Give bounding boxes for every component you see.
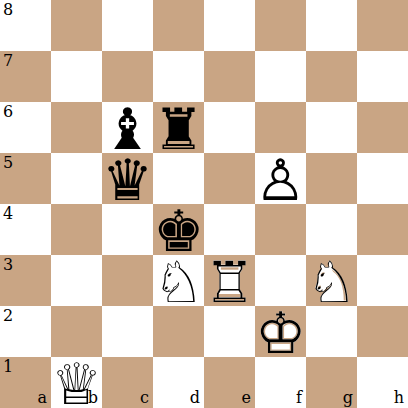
square-f8[interactable] [255,0,306,51]
white-knight-outline-layer: ♘ [153,257,204,308]
rank-label-8: 8 [3,2,13,18]
white-king-outline-layer: ♔ [255,308,306,359]
square-b3[interactable] [51,255,102,306]
piece-black-queen: ♛ [102,153,153,204]
square-e1[interactable]: e [204,357,255,408]
square-g5[interactable] [306,153,357,204]
square-d1[interactable]: d [153,357,204,408]
square-h6[interactable] [357,102,408,153]
rank-label-4: 4 [3,206,13,222]
square-b6[interactable] [51,102,102,153]
piece-white-rook: ♜♖ [204,255,255,306]
square-c5[interactable]: ♛ [102,153,153,204]
piece-white-knight: ♞♘ [306,255,357,306]
square-f5[interactable]: ♟♙ [255,153,306,204]
piece-black-king: ♚ [153,204,204,255]
square-c2[interactable] [102,306,153,357]
rank-label-3: 3 [3,257,13,273]
square-d2[interactable] [153,306,204,357]
rank-label-6: 6 [3,104,13,120]
square-a5[interactable]: 5 [0,153,51,204]
square-c4[interactable] [102,204,153,255]
square-d8[interactable] [153,0,204,51]
black-bishop-glyph: ♝ [102,104,153,155]
square-c3[interactable] [102,255,153,306]
square-b8[interactable] [51,0,102,51]
square-h7[interactable] [357,51,408,102]
file-label-c: c [140,390,149,406]
square-f3[interactable] [255,255,306,306]
file-label-g: g [343,390,353,406]
file-label-f: f [296,390,302,406]
white-pawn-fill-layer: ♟ [255,155,306,206]
square-f6[interactable] [255,102,306,153]
white-pawn-outline-layer: ♙ [255,155,306,206]
square-b5[interactable] [51,153,102,204]
piece-white-knight: ♞♘ [153,255,204,306]
square-b7[interactable] [51,51,102,102]
piece-white-queen: ♛♕ [51,357,102,408]
square-f2[interactable]: ♚♔ [255,306,306,357]
rank-label-2: 2 [3,308,13,324]
white-knight-fill-layer: ♞ [306,257,357,308]
square-h3[interactable] [357,255,408,306]
square-b4[interactable] [51,204,102,255]
black-king-glyph: ♚ [153,206,204,257]
rank-label-5: 5 [3,155,13,171]
black-queen-glyph: ♛ [102,155,153,206]
square-f4[interactable] [255,204,306,255]
square-g3[interactable]: ♞♘ [306,255,357,306]
square-b2[interactable] [51,306,102,357]
piece-white-king: ♚♔ [255,306,306,357]
square-c6[interactable]: ♝ [102,102,153,153]
rank-label-1: 1 [3,359,13,375]
square-d5[interactable] [153,153,204,204]
square-a1[interactable]: 1a [0,357,51,408]
square-e2[interactable] [204,306,255,357]
square-e3[interactable]: ♜♖ [204,255,255,306]
chess-board: 876♝♜5♛♟♙4♚3♞♘♜♖♞♘2♚♔1ab♛♕cdefgh [0,0,408,408]
square-f1[interactable]: f [255,357,306,408]
square-a4[interactable]: 4 [0,204,51,255]
square-h1[interactable]: h [357,357,408,408]
white-knight-outline-layer: ♘ [306,257,357,308]
white-knight-fill-layer: ♞ [153,257,204,308]
square-a3[interactable]: 3 [0,255,51,306]
white-rook-fill-layer: ♜ [204,257,255,308]
square-c8[interactable] [102,0,153,51]
rank-label-7: 7 [3,53,13,69]
square-g7[interactable] [306,51,357,102]
square-f7[interactable] [255,51,306,102]
piece-black-rook: ♜ [153,102,204,153]
square-e8[interactable] [204,0,255,51]
white-rook-outline-layer: ♖ [204,257,255,308]
square-g1[interactable]: g [306,357,357,408]
white-queen-fill-layer: ♛ [51,359,102,408]
white-king-fill-layer: ♚ [255,308,306,359]
square-b1[interactable]: b♛♕ [51,357,102,408]
square-g6[interactable] [306,102,357,153]
black-rook-glyph: ♜ [153,104,204,155]
square-h4[interactable] [357,204,408,255]
square-h5[interactable] [357,153,408,204]
square-e7[interactable] [204,51,255,102]
file-label-a: a [37,390,47,406]
square-d7[interactable] [153,51,204,102]
square-a6[interactable]: 6 [0,102,51,153]
file-label-d: d [190,390,200,406]
square-d6[interactable]: ♜ [153,102,204,153]
white-queen-outline-layer: ♕ [51,359,102,408]
square-a8[interactable]: 8 [0,0,51,51]
square-g8[interactable] [306,0,357,51]
square-e5[interactable] [204,153,255,204]
square-g2[interactable] [306,306,357,357]
square-c1[interactable]: c [102,357,153,408]
piece-white-pawn: ♟♙ [255,153,306,204]
square-h8[interactable] [357,0,408,51]
square-g4[interactable] [306,204,357,255]
piece-black-bishop: ♝ [102,102,153,153]
square-a7[interactable]: 7 [0,51,51,102]
square-e6[interactable] [204,102,255,153]
square-c7[interactable] [102,51,153,102]
file-label-e: e [242,390,251,406]
square-d4[interactable]: ♚ [153,204,204,255]
square-a2[interactable]: 2 [0,306,51,357]
square-d3[interactable]: ♞♘ [153,255,204,306]
square-e4[interactable] [204,204,255,255]
file-label-h: h [394,390,404,406]
square-h2[interactable] [357,306,408,357]
